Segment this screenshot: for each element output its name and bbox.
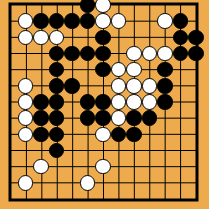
point-K9[interactable]	[142, 62, 158, 78]
point-J5[interactable]	[126, 126, 142, 142]
black-stone	[142, 110, 158, 126]
board-points	[3, 0, 203, 207]
point-G1[interactable]	[95, 191, 111, 207]
point-H5[interactable]	[111, 126, 127, 142]
point-F12[interactable]	[80, 13, 96, 29]
point-A13[interactable]	[3, 0, 17, 13]
point-E13[interactable]	[64, 0, 80, 13]
point-K4[interactable]	[142, 142, 158, 158]
black-stone	[95, 62, 111, 78]
point-A11[interactable]	[3, 29, 17, 45]
point-D11[interactable]	[49, 29, 65, 45]
white-stone	[18, 110, 34, 126]
point-A7[interactable]	[3, 94, 17, 110]
point-G11[interactable]	[95, 29, 111, 45]
black-stone	[157, 94, 173, 110]
black-stone	[49, 46, 65, 62]
point-C6[interactable]	[33, 110, 49, 126]
point-L5[interactable]	[157, 126, 173, 142]
point-H11[interactable]	[111, 29, 127, 45]
point-G8[interactable]	[95, 78, 111, 94]
white-stone	[157, 13, 173, 29]
white-stone	[126, 46, 142, 62]
white-stone	[111, 78, 127, 94]
point-J6[interactable]	[126, 110, 142, 126]
point-H7[interactable]	[111, 94, 127, 110]
point-C1[interactable]	[33, 191, 49, 207]
black-stone	[95, 30, 111, 46]
point-B7[interactable]	[18, 94, 34, 110]
white-stone	[18, 127, 34, 143]
black-stone	[80, 13, 96, 29]
point-G9[interactable]	[95, 62, 111, 78]
point-M9[interactable]	[173, 62, 189, 78]
point-A9[interactable]	[3, 62, 17, 78]
point-D4[interactable]	[49, 142, 65, 158]
point-L2[interactable]	[157, 175, 173, 191]
point-J12[interactable]	[126, 13, 142, 29]
black-stone	[80, 46, 96, 62]
point-E9[interactable]	[64, 62, 80, 78]
point-D10[interactable]	[49, 45, 65, 61]
point-F9[interactable]	[80, 62, 96, 78]
point-C7[interactable]	[33, 94, 49, 110]
point-N12[interactable]	[188, 13, 204, 29]
go-board	[0, 0, 209, 209]
white-stone	[49, 30, 65, 46]
point-D2[interactable]	[49, 175, 65, 191]
point-E2[interactable]	[64, 175, 80, 191]
black-stone	[95, 110, 111, 126]
black-stone	[188, 46, 204, 62]
white-stone	[126, 78, 142, 94]
point-D5[interactable]	[49, 126, 65, 142]
point-C8[interactable]	[33, 78, 49, 94]
point-A1[interactable]	[3, 191, 17, 207]
point-M7[interactable]	[173, 94, 189, 110]
point-H9[interactable]	[111, 62, 127, 78]
point-D12[interactable]	[49, 13, 65, 29]
black-stone	[157, 62, 173, 78]
point-A8[interactable]	[3, 78, 17, 94]
white-stone	[18, 94, 34, 110]
point-C9[interactable]	[33, 62, 49, 78]
point-M8[interactable]	[173, 78, 189, 94]
point-G2[interactable]	[95, 175, 111, 191]
black-stone	[49, 143, 65, 159]
white-stone	[126, 94, 142, 110]
point-G6[interactable]	[95, 110, 111, 126]
point-H13[interactable]	[111, 0, 127, 13]
point-J4[interactable]	[126, 142, 142, 158]
black-stone	[157, 78, 173, 94]
point-B6[interactable]	[18, 110, 34, 126]
point-F5[interactable]	[80, 126, 96, 142]
point-G3[interactable]	[95, 159, 111, 175]
point-K10[interactable]	[142, 45, 158, 61]
point-C3[interactable]	[33, 159, 49, 175]
point-E6[interactable]	[64, 110, 80, 126]
point-K13[interactable]	[142, 0, 158, 13]
point-M5[interactable]	[173, 126, 189, 142]
point-J9[interactable]	[126, 62, 142, 78]
point-G7[interactable]	[95, 94, 111, 110]
point-K2[interactable]	[142, 175, 158, 191]
black-stone	[64, 78, 80, 94]
black-stone	[64, 13, 80, 29]
point-M2[interactable]	[173, 175, 189, 191]
point-E11[interactable]	[64, 29, 80, 45]
point-B13[interactable]	[18, 0, 34, 13]
point-L11[interactable]	[157, 29, 173, 45]
point-M4[interactable]	[173, 142, 189, 158]
black-stone	[95, 94, 111, 110]
point-N6[interactable]	[188, 110, 204, 126]
point-A10[interactable]	[3, 45, 17, 61]
black-stone	[49, 13, 65, 29]
white-stone	[18, 30, 34, 46]
point-G4[interactable]	[95, 142, 111, 158]
white-stone	[111, 110, 127, 126]
black-stone	[80, 0, 96, 13]
black-stone	[173, 30, 189, 46]
point-L7[interactable]	[157, 94, 173, 110]
white-stone	[18, 13, 34, 29]
black-stone	[33, 127, 49, 143]
point-K12[interactable]	[142, 13, 158, 29]
point-C5[interactable]	[33, 126, 49, 142]
point-L1[interactable]	[157, 191, 173, 207]
point-H3[interactable]	[111, 159, 127, 175]
point-J2[interactable]	[126, 175, 142, 191]
point-E8[interactable]	[64, 78, 80, 94]
point-D1[interactable]	[49, 191, 65, 207]
white-stone	[95, 0, 111, 13]
white-stone	[142, 46, 158, 62]
black-stone	[33, 94, 49, 110]
point-E4[interactable]	[64, 142, 80, 158]
point-K11[interactable]	[142, 29, 158, 45]
white-stone	[126, 62, 142, 78]
point-B4[interactable]	[18, 142, 34, 158]
point-M3[interactable]	[173, 159, 189, 175]
white-stone	[111, 13, 127, 29]
point-N2[interactable]	[188, 175, 204, 191]
point-M1[interactable]	[173, 191, 189, 207]
point-F1[interactable]	[80, 191, 96, 207]
point-G13[interactable]	[95, 0, 111, 13]
point-M12[interactable]	[173, 13, 189, 29]
black-stone	[49, 127, 65, 143]
black-stone	[126, 110, 142, 126]
point-K1[interactable]	[142, 191, 158, 207]
point-H1[interactable]	[111, 191, 127, 207]
white-stone	[33, 159, 49, 175]
point-B2[interactable]	[18, 175, 34, 191]
white-stone	[95, 159, 111, 175]
white-stone	[95, 13, 111, 29]
point-K7[interactable]	[142, 94, 158, 110]
point-L12[interactable]	[157, 13, 173, 29]
point-L8[interactable]	[157, 78, 173, 94]
point-C10[interactable]	[33, 45, 49, 61]
point-N13[interactable]	[188, 0, 204, 13]
point-J13[interactable]	[126, 0, 142, 13]
point-N9[interactable]	[188, 62, 204, 78]
point-D7[interactable]	[49, 94, 65, 110]
black-stone	[49, 62, 65, 78]
point-J8[interactable]	[126, 78, 142, 94]
black-stone	[95, 46, 111, 62]
white-stone	[157, 46, 173, 62]
black-stone	[173, 13, 189, 29]
point-N4[interactable]	[188, 142, 204, 158]
white-stone	[142, 78, 158, 94]
point-B1[interactable]	[18, 191, 34, 207]
point-B12[interactable]	[18, 13, 34, 29]
point-J10[interactable]	[126, 45, 142, 61]
point-M10[interactable]	[173, 45, 189, 61]
point-F8[interactable]	[80, 78, 96, 94]
black-stone	[111, 127, 127, 143]
point-A6[interactable]	[3, 110, 17, 126]
white-stone	[18, 78, 34, 94]
point-F11[interactable]	[80, 29, 96, 45]
point-D13[interactable]	[49, 0, 65, 13]
point-C2[interactable]	[33, 175, 49, 191]
point-B11[interactable]	[18, 29, 34, 45]
white-stone	[18, 175, 34, 191]
point-N3[interactable]	[188, 159, 204, 175]
point-L13[interactable]	[157, 0, 173, 13]
point-F3[interactable]	[80, 159, 96, 175]
point-N10[interactable]	[188, 45, 204, 61]
black-stone	[33, 13, 49, 29]
black-stone	[33, 110, 49, 126]
black-stone	[49, 78, 65, 94]
point-F4[interactable]	[80, 142, 96, 158]
point-M11[interactable]	[173, 29, 189, 45]
point-A12[interactable]	[3, 13, 17, 29]
point-N7[interactable]	[188, 94, 204, 110]
point-H6[interactable]	[111, 110, 127, 126]
point-L4[interactable]	[157, 142, 173, 158]
point-C12[interactable]	[33, 13, 49, 29]
point-E5[interactable]	[64, 126, 80, 142]
point-B3[interactable]	[18, 159, 34, 175]
point-L6[interactable]	[157, 110, 173, 126]
point-B5[interactable]	[18, 126, 34, 142]
black-stone	[80, 110, 96, 126]
point-N5[interactable]	[188, 126, 204, 142]
point-D8[interactable]	[49, 78, 65, 94]
point-G10[interactable]	[95, 45, 111, 61]
point-A4[interactable]	[3, 142, 17, 158]
point-M13[interactable]	[173, 0, 189, 13]
point-A5[interactable]	[3, 126, 17, 142]
point-E12[interactable]	[64, 13, 80, 29]
point-J11[interactable]	[126, 29, 142, 45]
point-F13[interactable]	[80, 0, 96, 13]
point-H4[interactable]	[111, 142, 127, 158]
point-N1[interactable]	[188, 191, 204, 207]
point-H12[interactable]	[111, 13, 127, 29]
point-G5[interactable]	[95, 126, 111, 142]
point-C13[interactable]	[33, 0, 49, 13]
point-K6[interactable]	[142, 110, 158, 126]
point-B10[interactable]	[18, 45, 34, 61]
point-E10[interactable]	[64, 45, 80, 61]
white-stone	[33, 30, 49, 46]
point-N11[interactable]	[188, 29, 204, 45]
black-stone	[49, 94, 65, 110]
white-stone	[142, 94, 158, 110]
point-C4[interactable]	[33, 142, 49, 158]
point-E1[interactable]	[64, 191, 80, 207]
white-stone	[111, 94, 127, 110]
white-stone	[95, 127, 111, 143]
point-J7[interactable]	[126, 94, 142, 110]
point-F7[interactable]	[80, 94, 96, 110]
black-stone	[126, 127, 142, 143]
point-L3[interactable]	[157, 159, 173, 175]
point-L9[interactable]	[157, 62, 173, 78]
black-stone	[173, 46, 189, 62]
black-stone	[188, 30, 204, 46]
point-B9[interactable]	[18, 62, 34, 78]
point-B8[interactable]	[18, 78, 34, 94]
point-H10[interactable]	[111, 45, 127, 61]
black-stone	[80, 94, 96, 110]
point-D3[interactable]	[49, 159, 65, 175]
point-E7[interactable]	[64, 94, 80, 110]
point-J3[interactable]	[126, 159, 142, 175]
point-H8[interactable]	[111, 78, 127, 94]
white-stone	[80, 175, 96, 191]
point-A3[interactable]	[3, 159, 17, 175]
point-E3[interactable]	[64, 159, 80, 175]
point-D9[interactable]	[49, 62, 65, 78]
point-L10[interactable]	[157, 45, 173, 61]
point-F2[interactable]	[80, 175, 96, 191]
point-K5[interactable]	[142, 126, 158, 142]
point-K8[interactable]	[142, 78, 158, 94]
point-A2[interactable]	[3, 175, 17, 191]
white-stone	[111, 62, 127, 78]
point-M6[interactable]	[173, 110, 189, 126]
point-D6[interactable]	[49, 110, 65, 126]
point-F6[interactable]	[80, 110, 96, 126]
point-C11[interactable]	[33, 29, 49, 45]
point-J1[interactable]	[126, 191, 142, 207]
point-H2[interactable]	[111, 175, 127, 191]
black-stone	[49, 110, 65, 126]
black-stone	[64, 46, 80, 62]
point-N8[interactable]	[188, 78, 204, 94]
point-K3[interactable]	[142, 159, 158, 175]
point-F10[interactable]	[80, 45, 96, 61]
point-G12[interactable]	[95, 13, 111, 29]
